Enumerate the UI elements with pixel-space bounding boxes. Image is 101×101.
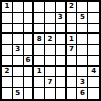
sudoku-cell-r6c7-empty[interactable] — [67, 56, 78, 67]
sudoku-cell-r6c2-empty[interactable] — [13, 56, 24, 67]
sudoku-cell-r9c5-empty[interactable] — [45, 88, 56, 99]
sudoku-cell-r5c9-empty[interactable] — [88, 45, 99, 56]
sudoku-cell-r8c9-empty[interactable] — [88, 77, 99, 88]
sudoku-cell-r1c9-empty[interactable] — [88, 2, 99, 13]
sudoku-cell-r9c8-given[interactable]: 6 — [77, 88, 88, 99]
sudoku-cell-r2c3-empty[interactable] — [24, 13, 35, 24]
sudoku-cell-r4c4-given[interactable]: 8 — [34, 34, 45, 45]
sudoku-cell-r6c9-empty[interactable] — [88, 56, 99, 67]
sudoku-cell-r8c1-empty[interactable] — [2, 77, 13, 88]
sudoku-cell-r1c5-empty[interactable] — [45, 2, 56, 13]
sudoku-cell-r5c5-empty[interactable] — [45, 45, 56, 56]
sudoku-cell-r2c5-empty[interactable] — [45, 13, 56, 24]
sudoku-cell-r5c1-empty[interactable] — [2, 45, 13, 56]
sudoku-cell-r1c1-given[interactable]: 1 — [2, 2, 13, 13]
sudoku-cell-r8c3-empty[interactable] — [24, 77, 35, 88]
sudoku-cell-r9c1-empty[interactable] — [2, 88, 13, 99]
sudoku-cell-r3c4-empty[interactable] — [34, 24, 45, 35]
sudoku-cell-r4c2-empty[interactable] — [13, 34, 24, 45]
sudoku-cell-r6c4-empty[interactable] — [34, 56, 45, 67]
sudoku-cell-r7c7-empty[interactable] — [67, 67, 78, 78]
sudoku-cell-r2c6-given[interactable]: 3 — [56, 13, 67, 24]
sudoku-cell-r8c2-empty[interactable] — [13, 77, 24, 88]
sudoku-cell-r7c6-empty[interactable] — [56, 67, 67, 78]
sudoku-cell-r3c3-empty[interactable] — [24, 24, 35, 35]
sudoku-cell-r8c4-empty[interactable] — [34, 77, 45, 88]
sudoku-cell-r5c2-given[interactable]: 3 — [13, 45, 24, 56]
sudoku-cell-r9c7-empty[interactable] — [67, 88, 78, 99]
sudoku-cell-r3c1-empty[interactable] — [2, 24, 13, 35]
sudoku-cell-r6c5-empty[interactable] — [45, 56, 56, 67]
sudoku-cell-r4c5-given[interactable]: 2 — [45, 34, 56, 45]
sudoku-cell-r6c3-given[interactable]: 6 — [24, 56, 35, 67]
sudoku-cell-r9c2-given[interactable]: 5 — [13, 88, 24, 99]
sudoku-cell-r6c1-empty[interactable] — [2, 56, 13, 67]
sudoku-cell-r2c8-given[interactable]: 5 — [77, 13, 88, 24]
sudoku-cell-r7c4-given[interactable]: 1 — [34, 67, 45, 78]
sudoku-cell-r8c5-given[interactable]: 7 — [45, 77, 56, 88]
sudoku-cell-r1c7-given[interactable]: 2 — [67, 2, 78, 13]
sudoku-cell-r7c2-empty[interactable] — [13, 67, 24, 78]
sudoku-cell-r5c3-empty[interactable] — [24, 45, 35, 56]
sudoku-cell-r4c1-empty[interactable] — [2, 34, 13, 45]
sudoku-cell-r6c6-empty[interactable] — [56, 56, 67, 67]
sudoku-cell-r4c8-empty[interactable] — [77, 34, 88, 45]
sudoku-cell-r5c8-empty[interactable] — [77, 45, 88, 56]
sudoku-cell-r7c9-given[interactable]: 4 — [88, 67, 99, 78]
sudoku-cell-r4c9-empty[interactable] — [88, 34, 99, 45]
sudoku-cell-r2c7-empty[interactable] — [67, 13, 78, 24]
sudoku-cell-r5c6-empty[interactable] — [56, 45, 67, 56]
sudoku-cell-r8c7-empty[interactable] — [67, 77, 78, 88]
sudoku-cell-r2c2-empty[interactable] — [13, 13, 24, 24]
sudoku-cell-r3c2-empty[interactable] — [13, 24, 24, 35]
sudoku-cell-r9c9-empty[interactable] — [88, 88, 99, 99]
sudoku-cell-r1c8-empty[interactable] — [77, 2, 88, 13]
sudoku-cell-r8c6-empty[interactable] — [56, 77, 67, 88]
sudoku-cell-r4c6-empty[interactable] — [56, 34, 67, 45]
sudoku-cell-r3c7-empty[interactable] — [67, 24, 78, 35]
sudoku-cell-r6c8-empty[interactable] — [77, 56, 88, 67]
sudoku-cell-r9c6-empty[interactable] — [56, 88, 67, 99]
sudoku-cell-r1c4-empty[interactable] — [34, 2, 45, 13]
sudoku-cell-r3c8-empty[interactable] — [77, 24, 88, 35]
sudoku-cell-r5c4-empty[interactable] — [34, 45, 45, 56]
sudoku-cell-r7c3-empty[interactable] — [24, 67, 35, 78]
sudoku-cell-r7c1-given[interactable]: 2 — [2, 67, 13, 78]
sudoku-cell-r9c4-empty[interactable] — [34, 88, 45, 99]
sudoku-cell-r7c5-empty[interactable] — [45, 67, 56, 78]
sudoku-cell-r3c5-empty[interactable] — [45, 24, 56, 35]
sudoku-cell-r1c6-empty[interactable] — [56, 2, 67, 13]
sudoku-cell-r2c4-empty[interactable] — [34, 13, 45, 24]
sudoku-cell-r9c3-empty[interactable] — [24, 88, 35, 99]
sudoku-cell-r2c9-empty[interactable] — [88, 13, 99, 24]
sudoku-cell-r3c9-empty[interactable] — [88, 24, 99, 35]
sudoku-cell-r5c7-given[interactable]: 7 — [67, 45, 78, 56]
sudoku-cell-r1c2-empty[interactable] — [13, 2, 24, 13]
sudoku-cell-r2c1-empty[interactable] — [2, 13, 13, 24]
sudoku-board: 12358213762147356 — [0, 0, 101, 101]
sudoku-cell-r4c3-empty[interactable] — [24, 34, 35, 45]
sudoku-cell-r8c8-given[interactable]: 3 — [77, 77, 88, 88]
sudoku-cell-r3c6-empty[interactable] — [56, 24, 67, 35]
sudoku-cell-r7c8-empty[interactable] — [77, 67, 88, 78]
sudoku-cell-r1c3-empty[interactable] — [24, 2, 35, 13]
sudoku-cell-r4c7-given[interactable]: 1 — [67, 34, 78, 45]
